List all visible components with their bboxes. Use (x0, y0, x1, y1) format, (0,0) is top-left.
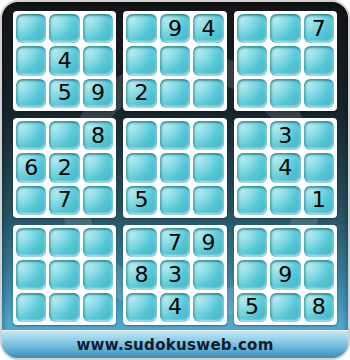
cell-r8c6[interactable] (193, 260, 223, 289)
cell-r6c4[interactable]: 5 (126, 186, 156, 215)
cell-r5c9[interactable] (304, 153, 334, 182)
cell-r3c8[interactable] (270, 79, 300, 108)
box-r0c2: 7 (234, 11, 337, 111)
box-r1c2: 341 (234, 118, 337, 218)
cell-r7c2[interactable] (49, 228, 79, 257)
site-url-label: www.sudokusweb.com (76, 336, 273, 354)
sudoku-board: 45994278627534179834958 www.sudokusweb.c… (0, 0, 350, 360)
cell-r3c5[interactable] (160, 79, 190, 108)
cell-r4c3[interactable]: 8 (83, 121, 113, 150)
box-r2c0 (13, 225, 116, 325)
cell-r5c3[interactable] (83, 153, 113, 182)
cell-r2c2[interactable]: 4 (49, 46, 79, 75)
box-r0c1: 942 (123, 11, 226, 111)
cell-r4c1[interactable] (16, 121, 46, 150)
cell-r6c5[interactable] (160, 186, 190, 215)
cell-r1c2[interactable] (49, 14, 79, 43)
cell-r9c2[interactable] (49, 293, 79, 322)
cell-r9c3[interactable] (83, 293, 113, 322)
cell-r5c1[interactable]: 6 (16, 153, 46, 182)
cell-r4c8[interactable]: 3 (270, 121, 300, 150)
cell-r2c1[interactable] (16, 46, 46, 75)
cell-r4c4[interactable] (126, 121, 156, 150)
cell-r1c3[interactable] (83, 14, 113, 43)
box-r2c1: 79834 (123, 225, 226, 325)
cell-r7c5[interactable]: 7 (160, 228, 190, 257)
cell-r5c2[interactable]: 2 (49, 153, 79, 182)
cell-r1c4[interactable] (126, 14, 156, 43)
cell-r1c9[interactable]: 7 (304, 14, 334, 43)
box-r1c1: 5 (123, 118, 226, 218)
cell-r7c6[interactable]: 9 (193, 228, 223, 257)
cell-r6c6[interactable] (193, 186, 223, 215)
cell-r8c3[interactable] (83, 260, 113, 289)
cell-r8c1[interactable] (16, 260, 46, 289)
cell-r9c4[interactable] (126, 293, 156, 322)
cell-r7c7[interactable] (237, 228, 267, 257)
box-r2c2: 958 (234, 225, 337, 325)
cell-r9c1[interactable] (16, 293, 46, 322)
box-r1c0: 8627 (13, 118, 116, 218)
cell-r6c1[interactable] (16, 186, 46, 215)
cell-r7c9[interactable] (304, 228, 334, 257)
cell-r2c9[interactable] (304, 46, 334, 75)
cell-r3c3[interactable]: 9 (83, 79, 113, 108)
cell-r2c6[interactable] (193, 46, 223, 75)
cell-r6c3[interactable] (83, 186, 113, 215)
cell-r6c8[interactable] (270, 186, 300, 215)
cell-r7c4[interactable] (126, 228, 156, 257)
cell-r8c2[interactable] (49, 260, 79, 289)
cell-r1c7[interactable] (237, 14, 267, 43)
cell-r7c8[interactable] (270, 228, 300, 257)
cell-r1c6[interactable]: 4 (193, 14, 223, 43)
cell-r9c6[interactable] (193, 293, 223, 322)
cell-r3c2[interactable]: 5 (49, 79, 79, 108)
cell-r9c7[interactable]: 5 (237, 293, 267, 322)
cell-r4c6[interactable] (193, 121, 223, 150)
cell-r8c8[interactable]: 9 (270, 260, 300, 289)
sudoku-grid: 45994278627534179834958 (13, 11, 337, 325)
cell-r3c9[interactable] (304, 79, 334, 108)
cell-r5c7[interactable] (237, 153, 267, 182)
cell-r3c7[interactable] (237, 79, 267, 108)
cell-r2c3[interactable] (83, 46, 113, 75)
cell-r3c6[interactable] (193, 79, 223, 108)
cell-r2c5[interactable] (160, 46, 190, 75)
cell-r7c1[interactable] (16, 228, 46, 257)
cell-r8c4[interactable]: 8 (126, 260, 156, 289)
cell-r1c8[interactable] (270, 14, 300, 43)
cell-r2c7[interactable] (237, 46, 267, 75)
cell-r8c7[interactable] (237, 260, 267, 289)
cell-r6c9[interactable]: 1 (304, 186, 334, 215)
cell-r5c4[interactable] (126, 153, 156, 182)
cell-r4c2[interactable] (49, 121, 79, 150)
cell-r8c5[interactable]: 3 (160, 260, 190, 289)
cell-r9c8[interactable] (270, 293, 300, 322)
cell-r8c9[interactable] (304, 260, 334, 289)
cell-r1c5[interactable]: 9 (160, 14, 190, 43)
cell-r2c8[interactable] (270, 46, 300, 75)
cell-r5c8[interactable]: 4 (270, 153, 300, 182)
cell-r6c2[interactable]: 7 (49, 186, 79, 215)
cell-r2c4[interactable] (126, 46, 156, 75)
cell-r5c5[interactable] (160, 153, 190, 182)
cell-r3c4[interactable]: 2 (126, 79, 156, 108)
footer-bar: www.sudokusweb.com (2, 330, 348, 358)
cell-r6c7[interactable] (237, 186, 267, 215)
cell-r4c7[interactable] (237, 121, 267, 150)
sudoku-page: 45994278627534179834958 www.sudokusweb.c… (0, 0, 350, 360)
cell-r9c9[interactable]: 8 (304, 293, 334, 322)
cell-r4c9[interactable] (304, 121, 334, 150)
cell-r3c1[interactable] (16, 79, 46, 108)
cell-r7c3[interactable] (83, 228, 113, 257)
box-r0c0: 459 (13, 11, 116, 111)
cell-r1c1[interactable] (16, 14, 46, 43)
cell-r5c6[interactable] (193, 153, 223, 182)
cell-r9c5[interactable]: 4 (160, 293, 190, 322)
cell-r4c5[interactable] (160, 121, 190, 150)
